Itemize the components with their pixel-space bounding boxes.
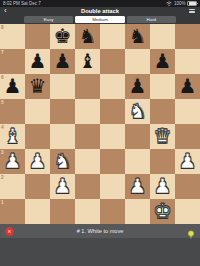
hint-lightbulb-icon[interactable] [187, 226, 195, 244]
square-g1[interactable]: ♚ [150, 199, 175, 224]
square-c3[interactable]: ♞ [50, 149, 75, 174]
square-g3[interactable] [150, 149, 175, 174]
rank-label-7: 7 [1, 50, 4, 55]
square-e3[interactable] [100, 149, 125, 174]
black-pawn[interactable]: ♟ [29, 49, 47, 74]
square-a3[interactable]: 3♟ [0, 149, 25, 174]
square-c8[interactable]: ♚ [50, 24, 75, 49]
battery-icon [187, 1, 197, 7]
square-h3[interactable]: ♟ [175, 149, 200, 174]
quit-button[interactable]: ✕ [5, 227, 14, 236]
puzzle-app-screen: 8:02 PM Sat Dec 7 100% ‹ Double attack E… [0, 0, 200, 266]
square-d6[interactable] [75, 74, 100, 99]
square-a1[interactable]: 1 [0, 199, 25, 224]
square-c2[interactable]: ♟ [50, 174, 75, 199]
rank-label-1: 1 [1, 200, 4, 205]
black-bishop[interactable]: ♝ [79, 49, 97, 74]
square-h2[interactable] [175, 174, 200, 199]
rank-label-2: 2 [1, 175, 4, 180]
square-h4[interactable] [175, 124, 200, 149]
white-knight[interactable]: ♞ [129, 99, 147, 124]
square-e1[interactable] [100, 199, 125, 224]
segment-easy[interactable]: Easy [24, 16, 73, 23]
white-knight[interactable]: ♞ [54, 149, 72, 174]
square-d4[interactable] [75, 124, 100, 149]
square-h5[interactable] [175, 99, 200, 124]
nav-bar: ‹ Double attack [0, 7, 200, 15]
black-pawn[interactable]: ♟ [4, 74, 22, 99]
square-a2[interactable]: 2 [0, 174, 25, 199]
square-b4[interactable] [25, 124, 50, 149]
status-time-date: 8:02 PM Sat Dec 7 [3, 1, 41, 6]
square-b2[interactable] [25, 174, 50, 199]
square-e6[interactable] [100, 74, 125, 99]
square-f4[interactable] [125, 124, 150, 149]
white-pawn[interactable]: ♟ [154, 174, 172, 199]
square-b7[interactable]: ♟ [25, 49, 50, 74]
chess-board[interactable]: 8♚♞♞7♟♟♝♟6♟♛♟♟5♞4♝♛3♟♟♞♟2♟♟♟1♚ [0, 24, 200, 224]
footer-bar: ✕ # 1. White to move [0, 224, 200, 238]
square-a8[interactable]: 8 [0, 24, 25, 49]
back-button[interactable]: ‹ [4, 7, 7, 14]
page-title: Double attack [81, 8, 119, 14]
square-e2[interactable] [100, 174, 125, 199]
square-b8[interactable] [25, 24, 50, 49]
square-d3[interactable] [75, 149, 100, 174]
footer-empty-area [0, 238, 200, 266]
square-b5[interactable] [25, 99, 50, 124]
white-pawn[interactable]: ♟ [179, 149, 197, 174]
square-a7[interactable]: 7 [0, 49, 25, 74]
square-f8[interactable]: ♞ [125, 24, 150, 49]
white-pawn[interactable]: ♟ [129, 174, 147, 199]
square-f7[interactable] [125, 49, 150, 74]
square-c1[interactable] [50, 199, 75, 224]
black-pawn[interactable]: ♟ [54, 49, 72, 74]
rank-label-6: 6 [1, 75, 4, 80]
square-d2[interactable] [75, 174, 100, 199]
black-pawn[interactable]: ♟ [129, 74, 147, 99]
square-d5[interactable] [75, 99, 100, 124]
black-pawn[interactable]: ♟ [154, 49, 172, 74]
square-f5[interactable]: ♞ [125, 99, 150, 124]
square-g2[interactable]: ♟ [150, 174, 175, 199]
difficulty-row: Easy Medium Hard [0, 15, 200, 24]
square-h7[interactable] [175, 49, 200, 74]
square-d8[interactable]: ♞ [75, 24, 100, 49]
white-pawn[interactable]: ♟ [4, 149, 22, 174]
square-h6[interactable]: ♟ [175, 74, 200, 99]
square-d1[interactable] [75, 199, 100, 224]
rank-label-8: 8 [1, 25, 4, 30]
black-knight[interactable]: ♞ [129, 24, 147, 49]
square-e8[interactable] [100, 24, 125, 49]
square-f1[interactable] [125, 199, 150, 224]
square-f2[interactable]: ♟ [125, 174, 150, 199]
square-a6[interactable]: 6♟ [0, 74, 25, 99]
square-b3[interactable]: ♟ [25, 149, 50, 174]
square-g4[interactable]: ♛ [150, 124, 175, 149]
white-pawn[interactable]: ♟ [29, 149, 47, 174]
square-b6[interactable]: ♛ [25, 74, 50, 99]
square-a4[interactable]: 4♝ [0, 124, 25, 149]
black-knight[interactable]: ♞ [79, 24, 97, 49]
wifi-icon [166, 1, 172, 6]
square-e7[interactable] [100, 49, 125, 74]
segment-medium[interactable]: Medium [75, 16, 124, 23]
rank-label-4: 4 [1, 125, 4, 130]
segment-hard[interactable]: Hard [127, 16, 176, 23]
status-bar: 8:02 PM Sat Dec 7 100% [0, 0, 200, 7]
square-e5[interactable] [100, 99, 125, 124]
rank-label-5: 5 [1, 100, 4, 105]
square-g5[interactable] [150, 99, 175, 124]
puzzle-caption: # 1. White to move [0, 228, 200, 234]
square-g7[interactable]: ♟ [150, 49, 175, 74]
black-queen[interactable]: ♛ [29, 74, 47, 99]
black-pawn[interactable]: ♟ [179, 74, 197, 99]
menu-icon[interactable] [189, 9, 196, 14]
black-king[interactable]: ♚ [54, 24, 72, 49]
square-f6[interactable]: ♟ [125, 74, 150, 99]
difficulty-segmented-control: Easy Medium Hard [24, 16, 176, 23]
square-g8[interactable] [150, 24, 175, 49]
square-g6[interactable] [150, 74, 175, 99]
square-h1[interactable] [175, 199, 200, 224]
battery-percent: 100% [174, 1, 186, 6]
white-pawn[interactable]: ♟ [54, 174, 72, 199]
square-c5[interactable] [50, 99, 75, 124]
rank-label-3: 3 [1, 150, 4, 155]
square-d7[interactable]: ♝ [75, 49, 100, 74]
square-c4[interactable] [50, 124, 75, 149]
square-b1[interactable] [25, 199, 50, 224]
square-e4[interactable] [100, 124, 125, 149]
square-c7[interactable]: ♟ [50, 49, 75, 74]
white-king[interactable]: ♚ [154, 199, 172, 224]
square-a5[interactable]: 5 [0, 99, 25, 124]
square-c6[interactable] [50, 74, 75, 99]
white-queen[interactable]: ♛ [154, 124, 172, 149]
square-f3[interactable] [125, 149, 150, 174]
white-bishop[interactable]: ♝ [4, 124, 22, 149]
square-h8[interactable] [175, 24, 200, 49]
